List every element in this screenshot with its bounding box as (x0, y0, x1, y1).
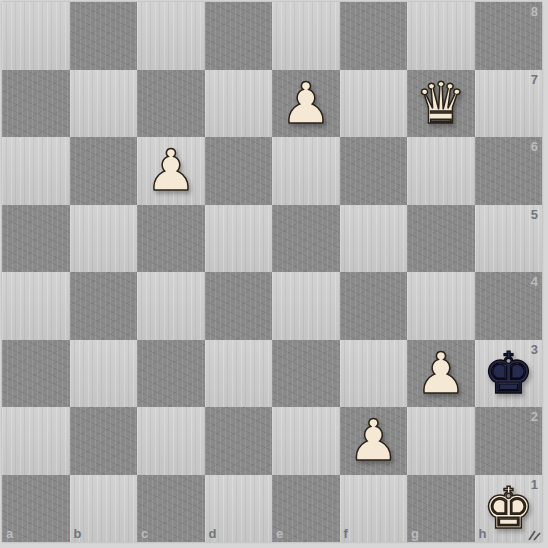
rank-label-2: 2 (531, 410, 538, 423)
resize-grip-icon[interactable] (526, 528, 541, 541)
white-pawn[interactable]: ♟ (272, 70, 340, 138)
square-a6[interactable] (2, 137, 70, 205)
white-pawn[interactable]: ♟ (340, 407, 408, 475)
square-a7[interactable] (2, 70, 70, 138)
square-b8[interactable] (70, 2, 138, 70)
square-c5[interactable] (137, 205, 205, 273)
square-g4[interactable] (407, 272, 475, 340)
square-h7[interactable]: 7 (475, 70, 543, 138)
square-a3[interactable] (2, 340, 70, 408)
square-a1[interactable]: a (2, 475, 70, 543)
square-c2[interactable] (137, 407, 205, 475)
square-d1[interactable]: d (205, 475, 273, 543)
square-f6[interactable] (340, 137, 408, 205)
square-e7[interactable]: ♟ (272, 70, 340, 138)
square-a2[interactable] (2, 407, 70, 475)
square-c1[interactable]: c (137, 475, 205, 543)
square-h2[interactable]: 2 (475, 407, 543, 475)
square-f3[interactable] (340, 340, 408, 408)
rank-label-5: 5 (531, 208, 538, 221)
chess-board: 8♟♛7♟654♟3♚♟2abcdefg1h♚ (2, 2, 542, 542)
square-a4[interactable] (2, 272, 70, 340)
square-h5[interactable]: 5 (475, 205, 543, 273)
square-g6[interactable] (407, 137, 475, 205)
square-e8[interactable] (272, 2, 340, 70)
square-e4[interactable] (272, 272, 340, 340)
white-pawn[interactable]: ♟ (407, 340, 475, 408)
square-b3[interactable] (70, 340, 138, 408)
square-d3[interactable] (205, 340, 273, 408)
square-b7[interactable] (70, 70, 138, 138)
square-g3[interactable]: ♟ (407, 340, 475, 408)
square-e3[interactable] (272, 340, 340, 408)
square-g7[interactable]: ♛ (407, 70, 475, 138)
square-b6[interactable] (70, 137, 138, 205)
square-e2[interactable] (272, 407, 340, 475)
square-g1[interactable]: g (407, 475, 475, 543)
file-label-d: d (209, 527, 217, 540)
square-d7[interactable] (205, 70, 273, 138)
square-e1[interactable]: e (272, 475, 340, 543)
file-label-a: a (6, 527, 13, 540)
black-king[interactable]: ♚ (475, 340, 543, 408)
file-label-b: b (74, 527, 82, 540)
square-d5[interactable] (205, 205, 273, 273)
square-a8[interactable] (2, 2, 70, 70)
square-h8[interactable]: 8 (475, 2, 543, 70)
square-f7[interactable] (340, 70, 408, 138)
file-label-c: c (141, 527, 148, 540)
square-f8[interactable] (340, 2, 408, 70)
square-c7[interactable] (137, 70, 205, 138)
square-e6[interactable] (272, 137, 340, 205)
rank-label-4: 4 (531, 275, 538, 288)
chess-app-frame: 8♟♛7♟654♟3♚♟2abcdefg1h♚ (0, 0, 548, 548)
file-label-g: g (411, 527, 419, 540)
rank-label-6: 6 (531, 140, 538, 153)
square-c3[interactable] (137, 340, 205, 408)
square-h6[interactable]: 6 (475, 137, 543, 205)
rank-label-7: 7 (531, 73, 538, 86)
square-g8[interactable] (407, 2, 475, 70)
square-b1[interactable]: b (70, 475, 138, 543)
square-c4[interactable] (137, 272, 205, 340)
square-b2[interactable] (70, 407, 138, 475)
square-b4[interactable] (70, 272, 138, 340)
square-d2[interactable] (205, 407, 273, 475)
square-c6[interactable]: ♟ (137, 137, 205, 205)
square-d6[interactable] (205, 137, 273, 205)
file-label-f: f (344, 527, 348, 540)
white-pawn[interactable]: ♟ (137, 137, 205, 205)
rank-label-8: 8 (531, 5, 538, 18)
square-h4[interactable]: 4 (475, 272, 543, 340)
square-h3[interactable]: 3♚ (475, 340, 543, 408)
square-c8[interactable] (137, 2, 205, 70)
square-f1[interactable]: f (340, 475, 408, 543)
square-d8[interactable] (205, 2, 273, 70)
file-label-e: e (276, 527, 283, 540)
square-a5[interactable] (2, 205, 70, 273)
square-g2[interactable] (407, 407, 475, 475)
square-g5[interactable] (407, 205, 475, 273)
square-e5[interactable] (272, 205, 340, 273)
square-b5[interactable] (70, 205, 138, 273)
square-d4[interactable] (205, 272, 273, 340)
square-f5[interactable] (340, 205, 408, 273)
square-f4[interactable] (340, 272, 408, 340)
square-f2[interactable]: ♟ (340, 407, 408, 475)
white-queen[interactable]: ♛ (407, 70, 475, 138)
